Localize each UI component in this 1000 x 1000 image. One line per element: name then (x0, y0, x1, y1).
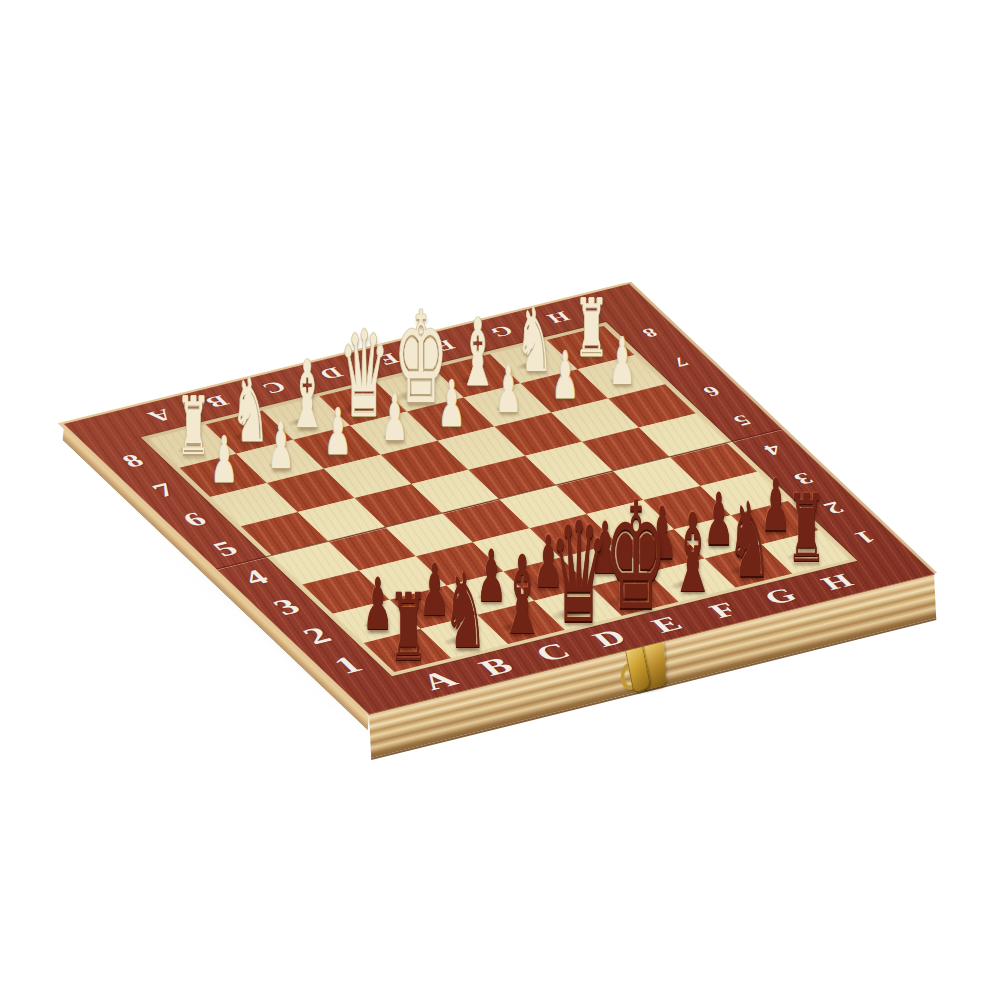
rank-label-right-6: 6 (699, 384, 724, 399)
rank-label-left-4: 4 (237, 566, 274, 589)
piece-glyph: ♜ (575, 289, 609, 368)
piece-glyph: ♟ (438, 372, 465, 435)
piece-glyph: ♝ (499, 541, 545, 650)
rank-label-left-6: 6 (177, 509, 211, 530)
file-label-far-a: A (144, 406, 178, 424)
piece-glyph: ♜ (388, 581, 428, 675)
piece-glyph: ♞ (443, 559, 487, 663)
piece-glyph: ♛ (549, 504, 608, 643)
rank-label-right-1: 1 (850, 528, 880, 547)
rank-label-left-5: 5 (207, 537, 243, 559)
piece-glyph: ♟ (324, 400, 351, 463)
piece-glyph: ♚ (604, 483, 667, 632)
rank-label-right-4: 4 (760, 441, 787, 457)
rank-label-left-7: 7 (147, 480, 180, 500)
piece-glyph: ♝ (670, 499, 716, 608)
rank-label-left-1: 1 (327, 652, 369, 677)
piece-glyph: ♟ (609, 330, 636, 393)
piece-glyph: ♟ (552, 344, 579, 407)
rank-label-left-2: 2 (297, 624, 338, 649)
product-photo-scene: AABBCCDDEEFFGGHH8877665544332211♜♞♝♛♚♝♞♜… (0, 0, 1000, 1000)
piece-glyph: ♜ (177, 387, 211, 466)
rank-label-right-7: 7 (669, 355, 692, 369)
rank-label-right-8: 8 (639, 326, 661, 340)
piece-glyph: ♟ (268, 414, 295, 477)
piece-glyph: ♜ (786, 482, 826, 576)
rank-label-left-8: 8 (117, 451, 148, 470)
rank-label-left-3: 3 (267, 595, 306, 619)
rank-label-right-5: 5 (729, 412, 755, 428)
piece-glyph: ♟ (211, 428, 238, 491)
piece-glyph: ♞ (727, 489, 771, 593)
piece-glyph: ♟ (381, 386, 408, 449)
piece-glyph: ♟ (495, 358, 522, 421)
